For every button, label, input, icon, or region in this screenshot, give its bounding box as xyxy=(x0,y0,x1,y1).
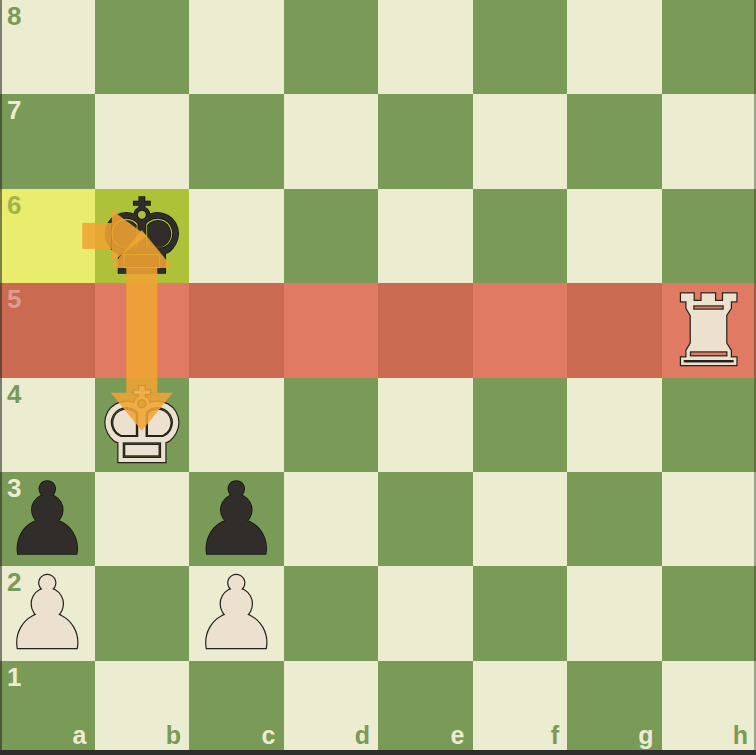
file-label-e: e xyxy=(451,723,465,748)
rank-label-6: 6 xyxy=(7,192,21,218)
square-b3[interactable] xyxy=(95,472,190,566)
black-pawn-a3[interactable]: ♟ xyxy=(0,473,95,567)
square-g7[interactable] xyxy=(567,94,662,188)
square-f1[interactable]: f xyxy=(473,661,568,755)
square-h4[interactable] xyxy=(662,378,756,472)
square-e2[interactable] xyxy=(378,566,473,660)
square-b1[interactable]: b xyxy=(95,661,190,755)
square-a4[interactable]: 4 xyxy=(0,378,95,472)
square-a3[interactable]: 3♟ xyxy=(0,472,95,566)
square-b4[interactable]: ♚ xyxy=(95,378,190,472)
square-e7[interactable] xyxy=(378,94,473,188)
square-c4[interactable] xyxy=(189,378,284,472)
square-h3[interactable] xyxy=(662,472,756,566)
square-f3[interactable] xyxy=(473,472,568,566)
square-g4[interactable] xyxy=(567,378,662,472)
square-c2[interactable]: ♟ xyxy=(189,566,284,660)
square-d6[interactable] xyxy=(284,189,379,283)
square-c5[interactable] xyxy=(189,283,284,377)
white-pawn-a2[interactable]: ♟ xyxy=(0,567,95,661)
file-label-d: d xyxy=(355,723,370,748)
square-a7[interactable]: 7 xyxy=(0,94,95,188)
square-b7[interactable] xyxy=(95,94,190,188)
square-h1[interactable]: h xyxy=(662,661,756,755)
square-a8[interactable]: 8 xyxy=(0,0,95,94)
square-f5[interactable] xyxy=(473,283,568,377)
black-king-b6[interactable]: ♚ xyxy=(95,190,190,284)
square-e8[interactable] xyxy=(378,0,473,94)
square-g1[interactable]: g xyxy=(567,661,662,755)
square-d4[interactable] xyxy=(284,378,379,472)
square-h5[interactable]: ♜ xyxy=(662,283,756,377)
square-b6[interactable]: ♚ xyxy=(95,189,190,283)
file-label-a: a xyxy=(73,723,87,748)
square-c8[interactable] xyxy=(189,0,284,94)
square-c7[interactable] xyxy=(189,94,284,188)
square-e4[interactable] xyxy=(378,378,473,472)
chess-board: 876♚5♜4♚3♟♟2♟♟1abcdefgh xyxy=(0,0,756,755)
square-e3[interactable] xyxy=(378,472,473,566)
white-rook-h5[interactable]: ♜ xyxy=(662,284,756,378)
square-f4[interactable] xyxy=(473,378,568,472)
square-h2[interactable] xyxy=(662,566,756,660)
square-b8[interactable] xyxy=(95,0,190,94)
square-h8[interactable] xyxy=(662,0,756,94)
square-g8[interactable] xyxy=(567,0,662,94)
file-label-f: f xyxy=(551,723,559,748)
file-label-c: c xyxy=(262,723,276,748)
white-king-b4[interactable]: ♚ xyxy=(95,379,190,473)
rank-label-5: 5 xyxy=(7,286,21,312)
square-c6[interactable] xyxy=(189,189,284,283)
square-g6[interactable] xyxy=(567,189,662,283)
rank-label-7: 7 xyxy=(7,97,21,123)
rank-label-1: 1 xyxy=(7,664,21,690)
square-f6[interactable] xyxy=(473,189,568,283)
square-c3[interactable]: ♟ xyxy=(189,472,284,566)
square-d8[interactable] xyxy=(284,0,379,94)
square-c1[interactable]: c xyxy=(189,661,284,755)
square-b2[interactable] xyxy=(95,566,190,660)
board-squares: 876♚5♜4♚3♟♟2♟♟1abcdefgh xyxy=(0,0,756,755)
square-a5[interactable]: 5 xyxy=(0,283,95,377)
square-f2[interactable] xyxy=(473,566,568,660)
square-d7[interactable] xyxy=(284,94,379,188)
file-label-b: b xyxy=(166,723,181,748)
square-f8[interactable] xyxy=(473,0,568,94)
rank-label-8: 8 xyxy=(7,3,21,29)
square-d3[interactable] xyxy=(284,472,379,566)
file-label-g: g xyxy=(638,723,653,748)
square-e5[interactable] xyxy=(378,283,473,377)
square-e1[interactable]: e xyxy=(378,661,473,755)
white-pawn-c2[interactable]: ♟ xyxy=(189,567,284,661)
square-d2[interactable] xyxy=(284,566,379,660)
square-g5[interactable] xyxy=(567,283,662,377)
file-label-h: h xyxy=(733,723,748,748)
square-a6[interactable]: 6 xyxy=(0,189,95,283)
rank-label-4: 4 xyxy=(7,381,21,407)
square-h7[interactable] xyxy=(662,94,756,188)
square-f7[interactable] xyxy=(473,94,568,188)
square-g3[interactable] xyxy=(567,472,662,566)
square-d1[interactable]: d xyxy=(284,661,379,755)
square-e6[interactable] xyxy=(378,189,473,283)
square-a2[interactable]: 2♟ xyxy=(0,566,95,660)
black-pawn-c3[interactable]: ♟ xyxy=(189,473,284,567)
square-b5[interactable] xyxy=(95,283,190,377)
square-d5[interactable] xyxy=(284,283,379,377)
square-a1[interactable]: 1a xyxy=(0,661,95,755)
square-h6[interactable] xyxy=(662,189,756,283)
square-g2[interactable] xyxy=(567,566,662,660)
